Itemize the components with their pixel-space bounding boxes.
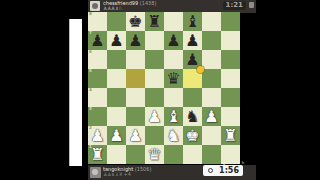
square-b1[interactable]: b [107, 145, 126, 164]
square-f4[interactable] [183, 88, 202, 107]
piece-wP-a2[interactable]: ♟ [88, 126, 107, 145]
bottom-player-bar: tangoknight (1506) ♟♟♞♝♜+4 1:56 [88, 165, 256, 180]
top-captured-pieces: ♙♙♙♗♘ [103, 6, 224, 12]
bottom-player-clock: 1:56 [203, 165, 243, 176]
square-a8[interactable]: 8 [88, 12, 107, 31]
square-f2[interactable]: ♚ [183, 126, 202, 145]
square-h2[interactable]: ♜ [221, 126, 240, 145]
square-d1[interactable]: d♛ [145, 145, 164, 164]
square-d4[interactable] [145, 88, 164, 107]
square-e5[interactable]: ♛ [164, 69, 183, 88]
square-h1[interactable]: h [221, 145, 240, 164]
square-d7[interactable] [145, 31, 164, 50]
piece-bQ-e5[interactable]: ♛ [164, 69, 183, 88]
square-b7[interactable]: ♟ [107, 31, 126, 50]
square-g8[interactable] [202, 12, 221, 31]
move-badge-icon [197, 66, 204, 73]
rank-label: 6 [89, 50, 92, 54]
top-player-avatar[interactable] [90, 1, 100, 11]
piece-bK-c8[interactable]: ♚ [126, 12, 145, 31]
piece-wB-e3[interactable]: ♝ [164, 107, 183, 126]
square-e6[interactable] [164, 50, 183, 69]
piece-wR-h2[interactable]: ♜ [221, 126, 240, 145]
square-e3[interactable]: ♝ [164, 107, 183, 126]
square-h6[interactable] [221, 50, 240, 69]
square-e4[interactable] [164, 88, 183, 107]
square-a5[interactable]: 5 [88, 69, 107, 88]
square-g6[interactable] [202, 50, 221, 69]
piece-bR-d8[interactable]: ♜ [145, 12, 164, 31]
rank-label: 8 [89, 12, 92, 16]
piece-bP-c7[interactable]: ♟ [126, 31, 145, 50]
piece-wP-b2[interactable]: ♟ [107, 126, 126, 145]
square-b2[interactable]: ♟ [107, 126, 126, 145]
square-f8[interactable]: ♝ [183, 12, 202, 31]
square-b4[interactable] [107, 88, 126, 107]
top-player-clock: 1:21 [223, 1, 246, 10]
bottom-clock-time: 1:56 [219, 166, 239, 175]
square-h8[interactable] [221, 12, 240, 31]
piece-bN-f3[interactable]: ♞ [183, 107, 202, 126]
chess-board[interactable]: 8♚♜♝7♟♟♟♟♟6♟5♛43♟♝♞♟2♟♟♟♞♚♜1a♜bcd♛efgh [88, 12, 240, 164]
piece-bB-f8[interactable]: ♝ [183, 12, 202, 31]
square-c1[interactable]: c [126, 145, 145, 164]
square-e1[interactable]: e [164, 145, 183, 164]
square-c2[interactable]: ♟ [126, 126, 145, 145]
square-f5[interactable] [183, 69, 202, 88]
piece-wP-d3[interactable]: ♟ [145, 107, 164, 126]
bottom-player-name-line[interactable]: tangoknight (1506) [103, 166, 213, 172]
square-a1[interactable]: 1a♜ [88, 145, 107, 164]
menu-icon[interactable] [249, 2, 254, 8]
square-d2[interactable] [145, 126, 164, 145]
piece-wR-a1[interactable]: ♜ [88, 145, 107, 164]
piece-bP-e7[interactable]: ♟ [164, 31, 183, 50]
square-b3[interactable] [107, 107, 126, 126]
square-g2[interactable] [202, 126, 221, 145]
square-e2[interactable]: ♞ [164, 126, 183, 145]
avatar-image [92, 169, 98, 175]
square-f7[interactable]: ♟ [183, 31, 202, 50]
stream-frame: chessfriend99 (1438) ♙♙♙♗♘ 1:21 8♚♜♝7♟♟♟… [0, 0, 320, 180]
piece-bP-a7[interactable]: ♟ [88, 31, 107, 50]
top-player-rating: (1438) [140, 0, 157, 6]
bottom-player-rating: (1506) [135, 166, 152, 172]
square-h5[interactable] [221, 69, 240, 88]
square-a6[interactable]: 6 [88, 50, 107, 69]
square-d5[interactable] [145, 69, 164, 88]
square-c8[interactable]: ♚ [126, 12, 145, 31]
square-g1[interactable]: g [202, 145, 221, 164]
square-a2[interactable]: 2♟ [88, 126, 107, 145]
piece-wP-g3[interactable]: ♟ [202, 107, 221, 126]
piece-bP-b7[interactable]: ♟ [107, 31, 126, 50]
square-g3[interactable]: ♟ [202, 107, 221, 126]
square-f1[interactable]: f [183, 145, 202, 164]
avatar-image [92, 3, 98, 9]
bottom-player-avatar[interactable] [90, 167, 101, 178]
square-e8[interactable] [164, 12, 183, 31]
bottom-player-name: tangoknight [103, 166, 133, 172]
piece-wQ-d1[interactable]: ♛ [145, 145, 164, 164]
side-panel-strip[interactable] [69, 19, 82, 166]
top-player-name-line[interactable]: chessfriend99 (1438) [103, 0, 213, 6]
square-f3[interactable]: ♞ [183, 107, 202, 126]
square-a4[interactable]: 4 [88, 88, 107, 107]
square-b5[interactable] [107, 69, 126, 88]
square-g7[interactable] [202, 31, 221, 50]
square-d6[interactable] [145, 50, 164, 69]
square-e7[interactable]: ♟ [164, 31, 183, 50]
square-c3[interactable] [126, 107, 145, 126]
square-c7[interactable]: ♟ [126, 31, 145, 50]
square-b8[interactable] [107, 12, 126, 31]
square-c4[interactable] [126, 88, 145, 107]
square-c6[interactable] [126, 50, 145, 69]
rank-label: 4 [89, 88, 92, 92]
rank-label: 3 [89, 107, 92, 111]
top-player-name: chessfriend99 [103, 0, 138, 6]
square-b6[interactable] [107, 50, 126, 69]
square-g5[interactable] [202, 69, 221, 88]
square-h3[interactable] [221, 107, 240, 126]
square-h4[interactable] [221, 88, 240, 107]
piece-wK-f2[interactable]: ♚ [183, 126, 202, 145]
piece-bP-f7[interactable]: ♟ [183, 31, 202, 50]
square-a7[interactable]: 7♟ [88, 31, 107, 50]
square-h7[interactable] [221, 31, 240, 50]
piece-wP-c2[interactable]: ♟ [126, 126, 145, 145]
piece-wN-e2[interactable]: ♞ [164, 126, 183, 145]
rank-label: 5 [89, 69, 92, 73]
square-a3[interactable]: 3 [88, 107, 107, 126]
square-d3[interactable]: ♟ [145, 107, 164, 126]
square-d8[interactable]: ♜ [145, 12, 164, 31]
square-g4[interactable] [202, 88, 221, 107]
square-c5[interactable] [126, 69, 145, 88]
material-advantage: +4 [124, 172, 131, 178]
timer-icon [208, 168, 213, 173]
